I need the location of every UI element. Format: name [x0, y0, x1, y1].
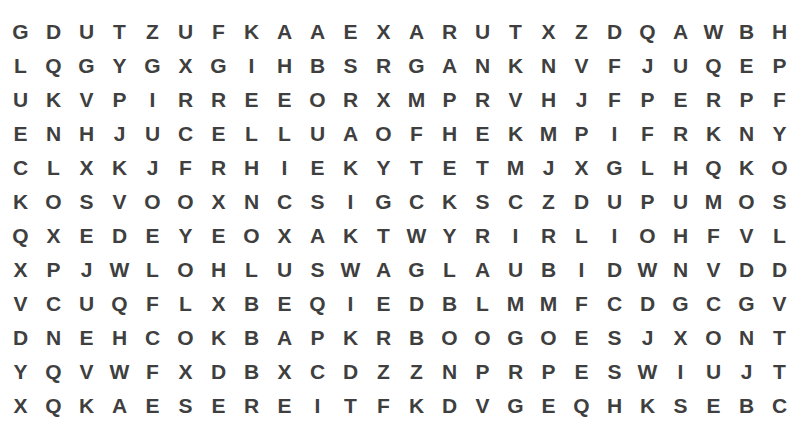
grid-cell[interactable]: W — [334, 252, 367, 286]
grid-cell[interactable]: E — [202, 218, 235, 252]
grid-cell[interactable]: K — [730, 150, 763, 184]
grid-cell[interactable]: Q — [697, 48, 730, 82]
grid-cell[interactable]: I — [664, 354, 697, 388]
grid-cell[interactable]: E — [136, 218, 169, 252]
grid-cell[interactable]: Y — [103, 48, 136, 82]
grid-cell[interactable]: F — [598, 82, 631, 116]
grid-cell[interactable]: M — [532, 116, 565, 150]
grid-cell[interactable]: F — [367, 388, 400, 422]
grid-cell[interactable]: A — [466, 252, 499, 286]
grid-cell[interactable]: K — [37, 82, 70, 116]
grid-cell[interactable]: S — [334, 48, 367, 82]
grid-cell[interactable]: Y — [4, 354, 37, 388]
grid-cell[interactable]: I — [598, 116, 631, 150]
grid-cell[interactable]: F — [136, 286, 169, 320]
grid-cell[interactable]: G — [400, 48, 433, 82]
grid-cell[interactable]: E — [268, 82, 301, 116]
grid-cell[interactable]: X — [4, 252, 37, 286]
grid-cell[interactable]: Y — [763, 116, 796, 150]
grid-cell[interactable]: L — [136, 252, 169, 286]
grid-cell[interactable]: B — [400, 320, 433, 354]
grid-cell[interactable]: S — [598, 354, 631, 388]
grid-cell[interactable]: H — [664, 218, 697, 252]
grid-cell[interactable]: L — [763, 218, 796, 252]
grid-cell[interactable]: T — [334, 388, 367, 422]
grid-cell[interactable]: C — [400, 184, 433, 218]
grid-cell[interactable]: R — [169, 82, 202, 116]
grid-cell[interactable]: J — [631, 48, 664, 82]
grid-cell[interactable]: H — [598, 388, 631, 422]
grid-cell[interactable]: V — [499, 82, 532, 116]
grid-cell[interactable]: F — [169, 150, 202, 184]
grid-cell[interactable]: H — [268, 48, 301, 82]
grid-cell[interactable]: L — [466, 286, 499, 320]
grid-cell[interactable]: X — [532, 14, 565, 48]
grid-cell[interactable]: E — [268, 388, 301, 422]
grid-cell[interactable]: R — [664, 116, 697, 150]
grid-cell[interactable]: R — [466, 82, 499, 116]
grid-cell[interactable]: G — [598, 150, 631, 184]
grid-cell[interactable]: R — [334, 82, 367, 116]
grid-cell[interactable]: P — [103, 82, 136, 116]
grid-cell[interactable]: R — [367, 320, 400, 354]
grid-cell[interactable]: S — [466, 184, 499, 218]
grid-cell[interactable]: U — [70, 286, 103, 320]
grid-cell[interactable]: E — [532, 388, 565, 422]
grid-cell[interactable]: I — [136, 82, 169, 116]
grid-cell[interactable]: U — [4, 82, 37, 116]
grid-cell[interactable]: A — [367, 252, 400, 286]
grid-cell[interactable]: U — [70, 14, 103, 48]
grid-cell[interactable]: B — [730, 388, 763, 422]
grid-cell[interactable]: Q — [37, 48, 70, 82]
grid-cell[interactable]: D — [4, 320, 37, 354]
grid-cell[interactable]: Z — [532, 184, 565, 218]
grid-cell[interactable]: T — [499, 14, 532, 48]
grid-cell[interactable]: Y — [433, 218, 466, 252]
grid-cell[interactable]: T — [400, 150, 433, 184]
grid-cell[interactable]: K — [499, 48, 532, 82]
grid-cell[interactable]: T — [763, 320, 796, 354]
grid-cell[interactable]: U — [136, 116, 169, 150]
grid-cell[interactable]: T — [103, 14, 136, 48]
grid-cell[interactable]: S — [301, 252, 334, 286]
grid-cell[interactable]: R — [466, 218, 499, 252]
grid-cell[interactable]: Q — [697, 150, 730, 184]
grid-cell[interactable]: K — [334, 150, 367, 184]
grid-cell[interactable]: D — [334, 354, 367, 388]
grid-cell[interactable]: G — [664, 286, 697, 320]
grid-cell[interactable]: N — [466, 48, 499, 82]
grid-cell[interactable]: P — [763, 48, 796, 82]
grid-cell[interactable]: E — [301, 150, 334, 184]
grid-cell[interactable]: P — [301, 320, 334, 354]
grid-cell[interactable]: D — [565, 184, 598, 218]
grid-cell[interactable]: P — [433, 82, 466, 116]
grid-cell[interactable]: E — [433, 150, 466, 184]
grid-cell[interactable]: J — [70, 252, 103, 286]
grid-cell[interactable]: Q — [631, 14, 664, 48]
grid-cell[interactable]: L — [268, 116, 301, 150]
grid-cell[interactable]: L — [169, 286, 202, 320]
grid-cell[interactable]: Q — [301, 286, 334, 320]
grid-cell[interactable]: N — [730, 320, 763, 354]
grid-cell[interactable]: C — [499, 184, 532, 218]
grid-cell[interactable]: X — [37, 218, 70, 252]
grid-cell[interactable]: E — [4, 116, 37, 150]
grid-cell[interactable]: M — [697, 184, 730, 218]
grid-cell[interactable]: R — [202, 82, 235, 116]
grid-cell[interactable]: E — [70, 218, 103, 252]
grid-cell[interactable]: I — [334, 286, 367, 320]
grid-cell[interactable]: K — [631, 388, 664, 422]
grid-cell[interactable]: I — [268, 150, 301, 184]
grid-cell[interactable]: C — [169, 116, 202, 150]
grid-cell[interactable]: N — [730, 116, 763, 150]
grid-cell[interactable]: S — [664, 388, 697, 422]
grid-cell[interactable]: A — [268, 14, 301, 48]
grid-cell[interactable]: Z — [367, 354, 400, 388]
grid-cell[interactable]: U — [169, 14, 202, 48]
grid-cell[interactable]: R — [433, 14, 466, 48]
grid-cell[interactable]: K — [334, 320, 367, 354]
grid-cell[interactable]: B — [433, 286, 466, 320]
grid-cell[interactable]: K — [103, 150, 136, 184]
grid-cell[interactable]: B — [730, 14, 763, 48]
grid-cell[interactable]: N — [664, 252, 697, 286]
grid-cell[interactable]: L — [433, 252, 466, 286]
grid-cell[interactable]: X — [202, 184, 235, 218]
grid-cell[interactable]: G — [400, 252, 433, 286]
grid-cell[interactable]: W — [103, 252, 136, 286]
grid-cell[interactable]: O — [169, 320, 202, 354]
grid-cell[interactable]: D — [598, 14, 631, 48]
grid-cell[interactable]: A — [334, 116, 367, 150]
grid-cell[interactable]: H — [532, 82, 565, 116]
grid-cell[interactable]: W — [631, 354, 664, 388]
grid-cell[interactable]: I — [235, 48, 268, 82]
grid-cell[interactable]: Q — [103, 286, 136, 320]
grid-cell[interactable]: G — [730, 286, 763, 320]
grid-cell[interactable]: M — [532, 286, 565, 320]
grid-cell[interactable]: J — [136, 150, 169, 184]
grid-cell[interactable]: V — [763, 286, 796, 320]
grid-cell[interactable]: L — [235, 252, 268, 286]
grid-cell[interactable]: U — [268, 252, 301, 286]
grid-cell[interactable]: C — [136, 320, 169, 354]
grid-cell[interactable]: H — [103, 320, 136, 354]
grid-cell[interactable]: O — [235, 218, 268, 252]
grid-cell[interactable]: G — [202, 48, 235, 82]
grid-cell[interactable]: C — [763, 388, 796, 422]
grid-cell[interactable]: B — [301, 48, 334, 82]
grid-cell[interactable]: V — [70, 82, 103, 116]
grid-cell[interactable]: I — [565, 252, 598, 286]
grid-cell[interactable]: R — [367, 48, 400, 82]
grid-cell[interactable]: K — [400, 388, 433, 422]
grid-cell[interactable]: O — [367, 116, 400, 150]
grid-cell[interactable]: P — [631, 184, 664, 218]
grid-cell[interactable]: O — [697, 320, 730, 354]
grid-cell[interactable]: K — [235, 14, 268, 48]
grid-cell[interactable]: G — [499, 320, 532, 354]
grid-cell[interactable]: M — [400, 82, 433, 116]
grid-cell[interactable]: K — [4, 184, 37, 218]
grid-cell[interactable]: F — [697, 218, 730, 252]
grid-cell[interactable]: P — [730, 82, 763, 116]
grid-cell[interactable]: J — [730, 354, 763, 388]
grid-cell[interactable]: M — [499, 150, 532, 184]
grid-cell[interactable]: P — [37, 252, 70, 286]
grid-cell[interactable]: V — [565, 48, 598, 82]
grid-cell[interactable]: O — [532, 320, 565, 354]
grid-cell[interactable]: B — [235, 286, 268, 320]
grid-cell[interactable]: P — [532, 354, 565, 388]
grid-cell[interactable]: V — [70, 354, 103, 388]
grid-cell[interactable]: E — [565, 320, 598, 354]
grid-cell[interactable]: C — [268, 184, 301, 218]
grid-cell[interactable]: V — [103, 184, 136, 218]
grid-cell[interactable]: X — [268, 218, 301, 252]
grid-cell[interactable]: E — [466, 116, 499, 150]
grid-cell[interactable]: Y — [169, 218, 202, 252]
grid-cell[interactable]: E — [202, 116, 235, 150]
grid-cell[interactable]: E — [334, 14, 367, 48]
grid-cell[interactable]: N — [235, 184, 268, 218]
grid-cell[interactable]: A — [103, 388, 136, 422]
grid-cell[interactable]: J — [631, 320, 664, 354]
grid-cell[interactable]: A — [400, 14, 433, 48]
grid-cell[interactable]: Q — [37, 388, 70, 422]
grid-cell[interactable]: V — [466, 388, 499, 422]
grid-cell[interactable]: E — [202, 388, 235, 422]
grid-cell[interactable]: A — [301, 14, 334, 48]
grid-cell[interactable]: O — [169, 184, 202, 218]
grid-cell[interactable]: I — [301, 388, 334, 422]
grid-cell[interactable]: F — [565, 286, 598, 320]
grid-cell[interactable]: U — [664, 48, 697, 82]
grid-cell[interactable]: G — [136, 48, 169, 82]
grid-cell[interactable]: V — [730, 218, 763, 252]
grid-cell[interactable]: O — [466, 320, 499, 354]
grid-cell[interactable]: D — [598, 252, 631, 286]
grid-cell[interactable]: H — [763, 14, 796, 48]
grid-cell[interactable]: X — [367, 14, 400, 48]
grid-cell[interactable]: E — [268, 286, 301, 320]
grid-cell[interactable]: L — [4, 48, 37, 82]
grid-cell[interactable]: O — [136, 184, 169, 218]
grid-cell[interactable]: T — [466, 150, 499, 184]
grid-cell[interactable]: S — [70, 184, 103, 218]
grid-cell[interactable]: O — [169, 252, 202, 286]
grid-cell[interactable]: W — [103, 354, 136, 388]
grid-cell[interactable]: R — [499, 354, 532, 388]
grid-cell[interactable]: E — [565, 354, 598, 388]
grid-cell[interactable]: U — [664, 184, 697, 218]
grid-cell[interactable]: D — [202, 354, 235, 388]
grid-cell[interactable]: X — [664, 320, 697, 354]
grid-cell[interactable]: F — [400, 116, 433, 150]
grid-cell[interactable]: G — [4, 14, 37, 48]
grid-cell[interactable]: A — [268, 320, 301, 354]
grid-cell[interactable]: H — [202, 252, 235, 286]
grid-cell[interactable]: N — [37, 320, 70, 354]
grid-cell[interactable]: E — [136, 388, 169, 422]
grid-cell[interactable]: F — [136, 354, 169, 388]
grid-cell[interactable]: Z — [565, 14, 598, 48]
grid-cell[interactable]: A — [664, 14, 697, 48]
grid-cell[interactable]: U — [598, 184, 631, 218]
grid-cell[interactable]: M — [499, 286, 532, 320]
grid-cell[interactable]: K — [433, 184, 466, 218]
grid-cell[interactable]: X — [367, 82, 400, 116]
grid-cell[interactable]: U — [301, 116, 334, 150]
grid-cell[interactable]: N — [433, 354, 466, 388]
grid-cell[interactable]: G — [499, 388, 532, 422]
grid-cell[interactable]: G — [70, 48, 103, 82]
grid-cell[interactable]: H — [664, 150, 697, 184]
grid-cell[interactable]: C — [598, 286, 631, 320]
grid-cell[interactable]: U — [466, 14, 499, 48]
grid-cell[interactable]: J — [103, 116, 136, 150]
grid-cell[interactable]: J — [565, 82, 598, 116]
grid-cell[interactable]: Z — [136, 14, 169, 48]
grid-cell[interactable]: O — [301, 82, 334, 116]
grid-cell[interactable]: D — [730, 252, 763, 286]
grid-cell[interactable]: W — [697, 14, 730, 48]
grid-cell[interactable]: D — [433, 388, 466, 422]
grid-cell[interactable]: A — [301, 218, 334, 252]
grid-cell[interactable]: E — [70, 320, 103, 354]
grid-cell[interactable]: L — [235, 116, 268, 150]
grid-cell[interactable]: L — [631, 150, 664, 184]
grid-cell[interactable]: K — [202, 320, 235, 354]
grid-cell[interactable]: L — [565, 218, 598, 252]
grid-cell[interactable]: J — [532, 150, 565, 184]
grid-cell[interactable]: O — [631, 218, 664, 252]
grid-cell[interactable]: X — [4, 388, 37, 422]
grid-cell[interactable]: X — [268, 354, 301, 388]
grid-cell[interactable]: Q — [4, 218, 37, 252]
grid-cell[interactable]: C — [301, 354, 334, 388]
grid-cell[interactable]: N — [37, 116, 70, 150]
grid-cell[interactable]: F — [202, 14, 235, 48]
grid-cell[interactable]: K — [334, 218, 367, 252]
grid-cell[interactable]: E — [664, 82, 697, 116]
grid-cell[interactable]: O — [730, 184, 763, 218]
grid-cell[interactable]: W — [400, 218, 433, 252]
grid-cell[interactable]: C — [697, 286, 730, 320]
grid-cell[interactable]: X — [169, 354, 202, 388]
grid-cell[interactable]: E — [697, 388, 730, 422]
grid-cell[interactable]: Q — [565, 388, 598, 422]
grid-cell[interactable]: S — [301, 184, 334, 218]
grid-cell[interactable]: B — [532, 252, 565, 286]
grid-cell[interactable]: S — [598, 320, 631, 354]
grid-cell[interactable]: P — [565, 116, 598, 150]
grid-cell[interactable]: U — [499, 252, 532, 286]
grid-cell[interactable]: D — [103, 218, 136, 252]
grid-cell[interactable]: E — [730, 48, 763, 82]
grid-cell[interactable]: B — [235, 354, 268, 388]
grid-cell[interactable]: X — [70, 150, 103, 184]
grid-cell[interactable]: X — [169, 48, 202, 82]
grid-cell[interactable]: F — [631, 116, 664, 150]
word-search-grid: GDUTZUFKAAEXARUTXZDQAWBHLQGYGXGIHBSRGANK… — [4, 14, 796, 422]
grid-cell[interactable]: I — [598, 218, 631, 252]
grid-cell[interactable]: Z — [400, 354, 433, 388]
grid-cell[interactable]: G — [367, 184, 400, 218]
grid-cell[interactable]: R — [235, 388, 268, 422]
grid-cell[interactable]: N — [532, 48, 565, 82]
grid-cell[interactable]: D — [400, 286, 433, 320]
grid-cell[interactable]: F — [763, 82, 796, 116]
grid-cell[interactable]: I — [334, 184, 367, 218]
grid-cell[interactable]: D — [763, 252, 796, 286]
grid-cell[interactable]: X — [565, 150, 598, 184]
grid-cell[interactable]: H — [433, 116, 466, 150]
grid-cell[interactable]: T — [367, 218, 400, 252]
grid-cell[interactable]: K — [70, 388, 103, 422]
grid-cell[interactable]: V — [4, 286, 37, 320]
grid-cell[interactable]: H — [235, 150, 268, 184]
grid-cell[interactable]: S — [169, 388, 202, 422]
grid-cell[interactable]: S — [763, 184, 796, 218]
grid-cell[interactable]: I — [499, 218, 532, 252]
grid-cell[interactable]: C — [37, 286, 70, 320]
grid-cell[interactable]: T — [763, 354, 796, 388]
grid-cell[interactable]: C — [4, 150, 37, 184]
grid-cell[interactable]: F — [598, 48, 631, 82]
grid-cell[interactable]: V — [697, 252, 730, 286]
grid-cell[interactable]: U — [697, 354, 730, 388]
grid-cell[interactable]: O — [763, 150, 796, 184]
grid-cell[interactable]: E — [367, 286, 400, 320]
grid-cell[interactable]: R — [202, 150, 235, 184]
grid-cell[interactable]: R — [697, 82, 730, 116]
grid-cell[interactable]: R — [532, 218, 565, 252]
grid-cell[interactable]: D — [631, 286, 664, 320]
grid-cell[interactable]: E — [235, 82, 268, 116]
grid-cell[interactable]: B — [235, 320, 268, 354]
grid-cell[interactable]: P — [631, 82, 664, 116]
grid-cell[interactable]: A — [433, 48, 466, 82]
grid-cell[interactable]: W — [631, 252, 664, 286]
grid-cell[interactable]: D — [37, 14, 70, 48]
grid-cell[interactable]: X — [202, 286, 235, 320]
grid-cell[interactable]: K — [499, 116, 532, 150]
grid-cell[interactable]: Q — [37, 354, 70, 388]
grid-cell[interactable]: Y — [367, 150, 400, 184]
grid-cell[interactable]: P — [466, 354, 499, 388]
grid-cell[interactable]: L — [37, 150, 70, 184]
grid-cell[interactable]: O — [433, 320, 466, 354]
grid-cell[interactable]: H — [70, 116, 103, 150]
grid-cell[interactable]: K — [697, 116, 730, 150]
grid-cell[interactable]: O — [37, 184, 70, 218]
